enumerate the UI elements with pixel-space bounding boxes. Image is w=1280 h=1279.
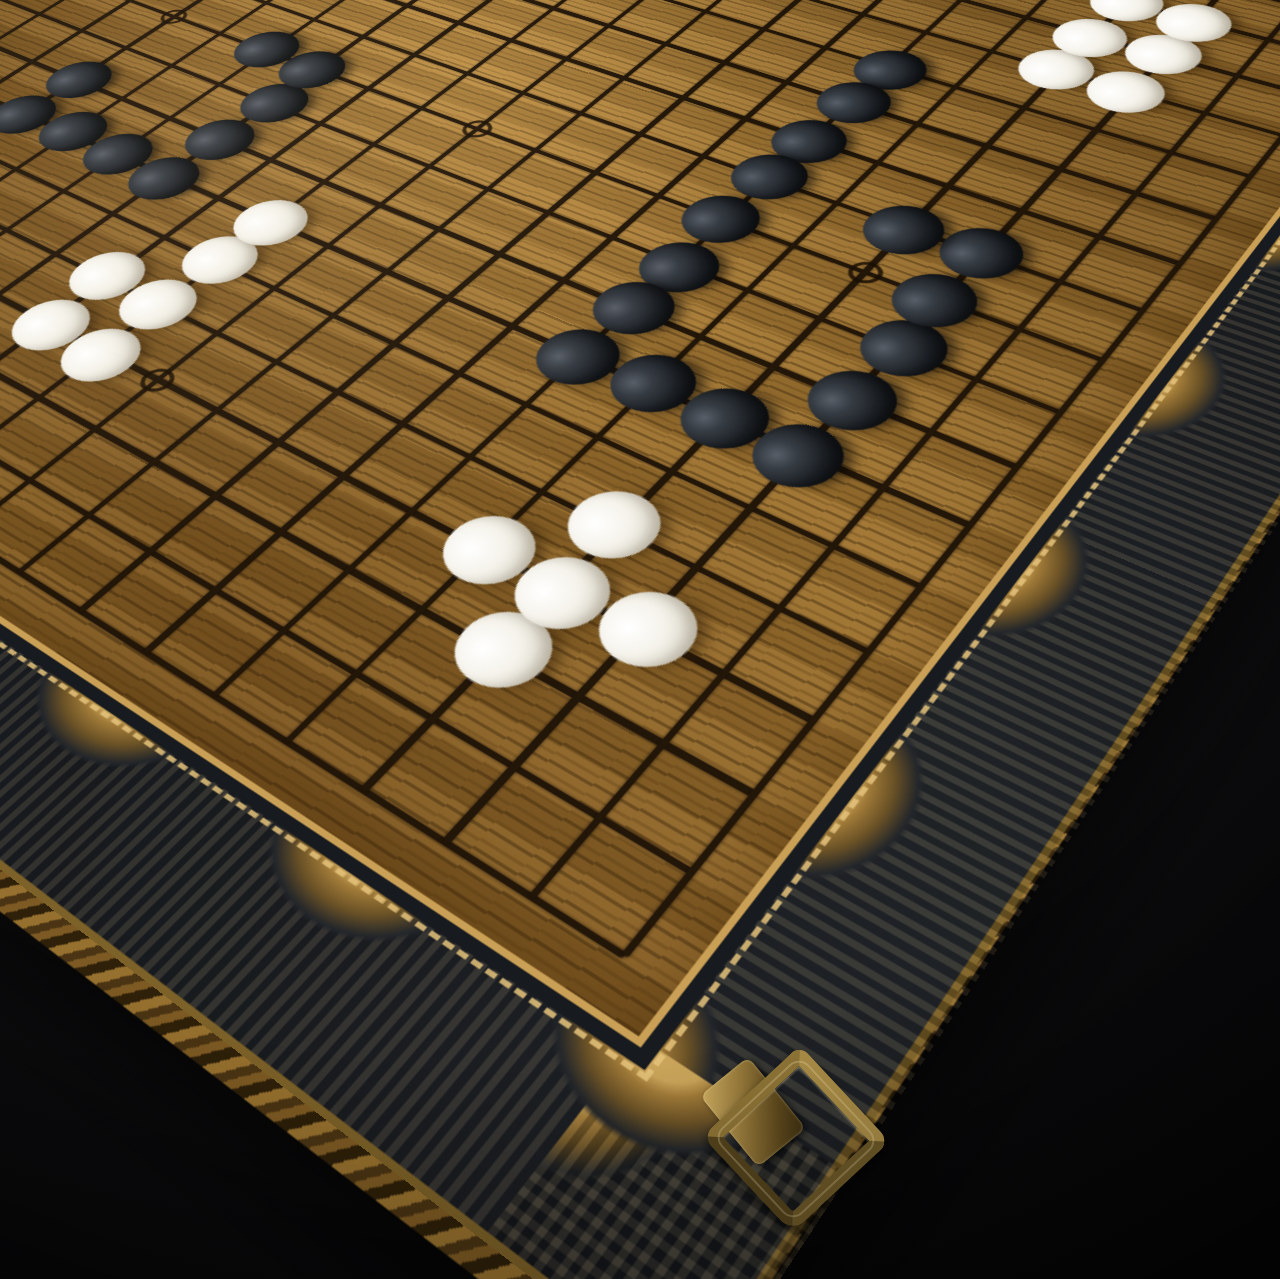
photo-backdrop xyxy=(0,0,1280,1279)
star-point xyxy=(841,258,889,287)
go-board[interactable] xyxy=(0,0,1280,1279)
brass-clasp[interactable] xyxy=(700,1040,920,1260)
